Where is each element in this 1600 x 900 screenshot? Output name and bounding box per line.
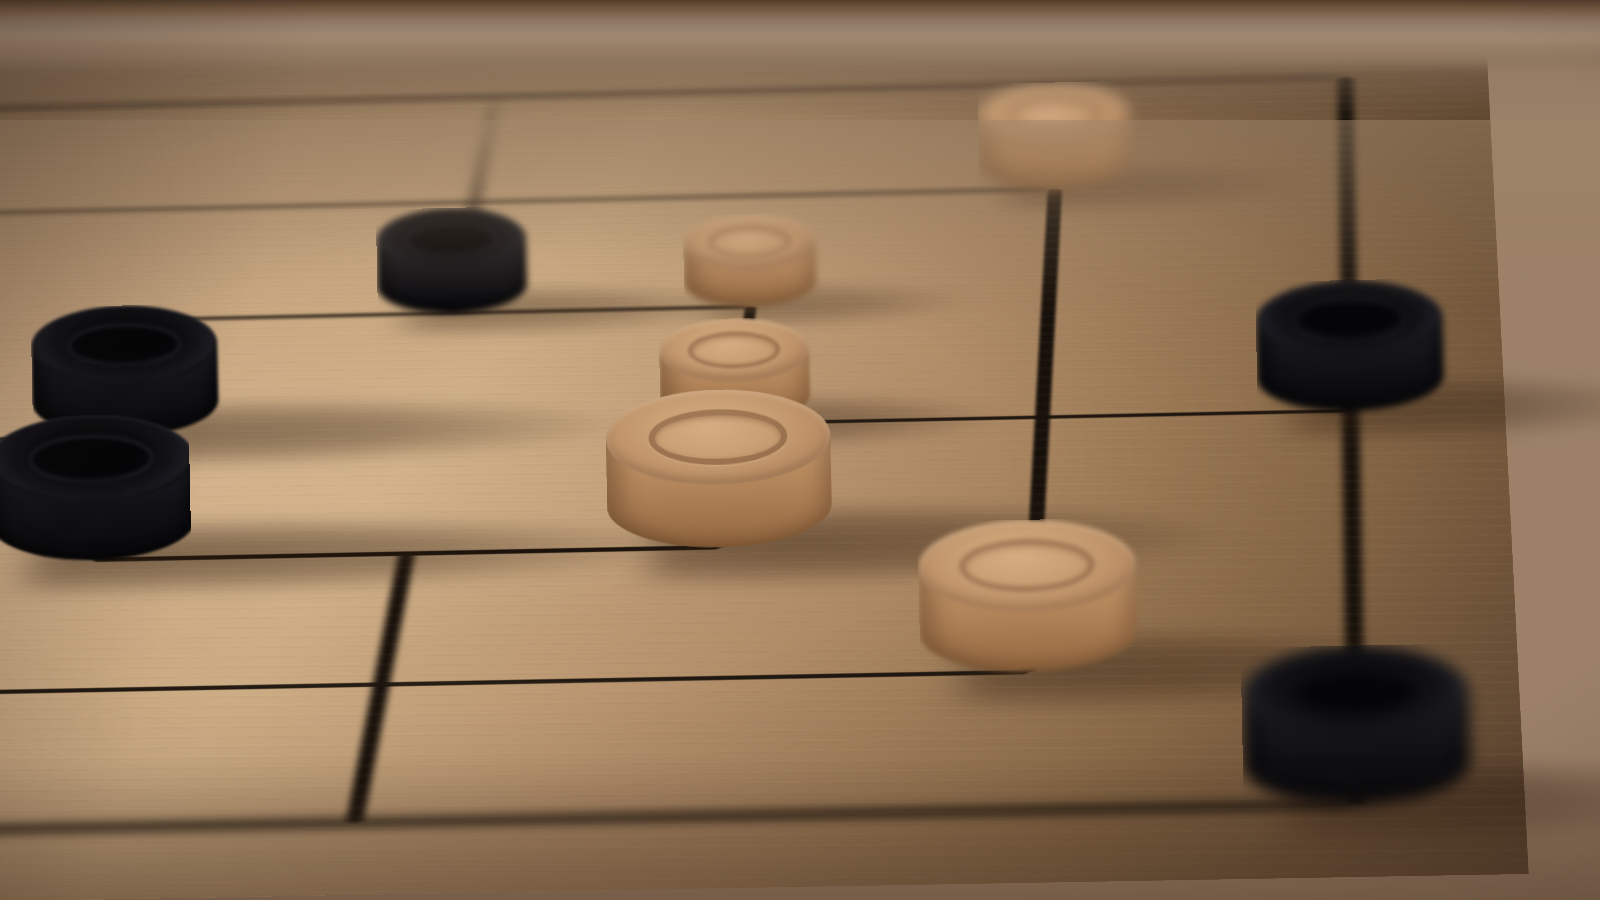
piece-cast-shadow — [1008, 156, 1299, 215]
point-f6[interactable] — [966, 161, 1142, 217]
piece-white-e5[interactable] — [682, 212, 816, 308]
point-c5[interactable] — [61, 290, 251, 349]
piece-white-f6[interactable] — [977, 81, 1131, 191]
piece-black-g4[interactable] — [1255, 278, 1444, 412]
morris-photo-scene: Nine Men's Morris wooden board photograp… — [0, 0, 1600, 900]
board-line-a1-g1 — [0, 799, 1357, 846]
point-d2[interactable] — [278, 650, 482, 719]
point-g7[interactable] — [1261, 50, 1432, 104]
board-line-b2-f2 — [0, 670, 1029, 699]
point-d7[interactable] — [405, 70, 582, 124]
piece-white-f2[interactable] — [917, 518, 1137, 674]
piece-black-c3[interactable] — [0, 413, 196, 562]
point-d5[interactable] — [359, 284, 546, 343]
morris-board — [0, 23, 1529, 900]
board-line-a7-g7 — [0, 74, 1345, 118]
point-d3[interactable] — [306, 521, 504, 586]
board-line-d5-d7 — [446, 97, 501, 314]
piece-black-g1[interactable] — [1240, 644, 1470, 807]
board-perspective-wrap — [0, 0, 1456, 900]
board-line-b6-f6 — [0, 187, 1055, 217]
piece-white-e3[interactable] — [605, 387, 833, 549]
board-line-c5-e5 — [156, 305, 751, 321]
piece-black-d5[interactable] — [376, 206, 528, 314]
point-d6[interactable] — [383, 174, 565, 230]
